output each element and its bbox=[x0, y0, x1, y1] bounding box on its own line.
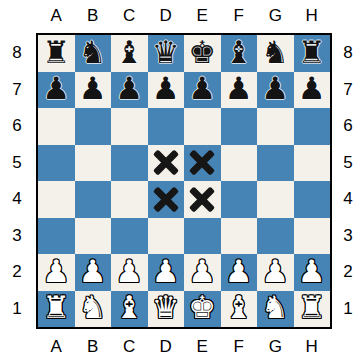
file-label-bottom-e: E bbox=[184, 331, 221, 362]
piece-white-knight: ♞ bbox=[261, 292, 289, 323]
file-label-bottom-d: D bbox=[148, 331, 185, 362]
square-f6[interactable] bbox=[221, 108, 258, 145]
square-f3[interactable] bbox=[221, 218, 258, 255]
x-marker bbox=[190, 151, 214, 175]
piece-white-bishop: ♝ bbox=[225, 292, 253, 323]
square-d5[interactable] bbox=[148, 145, 185, 182]
square-e3[interactable] bbox=[184, 218, 221, 255]
square-e2[interactable]: ♟ bbox=[184, 254, 221, 291]
square-a7[interactable]: ♟ bbox=[38, 72, 75, 109]
rank-label-right-5: 5 bbox=[334, 145, 362, 182]
file-label-top-f: F bbox=[221, 0, 258, 31]
square-f5[interactable] bbox=[221, 145, 258, 182]
file-label-bottom-b: B bbox=[75, 331, 112, 362]
file-label-top-d: D bbox=[148, 0, 185, 31]
square-c2[interactable]: ♟ bbox=[111, 254, 148, 291]
x-marker bbox=[154, 151, 178, 175]
file-label-top-e: E bbox=[184, 0, 221, 31]
piece-black-bishop: ♝ bbox=[115, 37, 143, 68]
piece-black-rook: ♜ bbox=[42, 37, 70, 68]
square-d8[interactable]: ♛ bbox=[148, 35, 185, 72]
square-d1[interactable]: ♛ bbox=[148, 291, 185, 328]
square-e5[interactable] bbox=[184, 145, 221, 182]
piece-black-knight: ♞ bbox=[79, 37, 107, 68]
rank-label-right-7: 7 bbox=[334, 72, 362, 109]
file-label-bottom-a: A bbox=[38, 331, 75, 362]
square-h4[interactable] bbox=[294, 181, 331, 218]
square-a6[interactable] bbox=[38, 108, 75, 145]
square-e6[interactable] bbox=[184, 108, 221, 145]
square-a1[interactable]: ♜ bbox=[38, 291, 75, 328]
file-label-bottom-f: F bbox=[221, 331, 258, 362]
piece-black-bishop: ♝ bbox=[225, 37, 253, 68]
file-label-top-c: C bbox=[111, 0, 148, 31]
square-g2[interactable]: ♟ bbox=[257, 254, 294, 291]
rank-label-left-1: 1 bbox=[0, 291, 34, 328]
rank-label-left-7: 7 bbox=[0, 72, 34, 109]
piece-white-rook: ♜ bbox=[42, 292, 70, 323]
piece-white-bishop: ♝ bbox=[115, 292, 143, 323]
piece-black-pawn: ♟ bbox=[115, 73, 143, 104]
square-h2[interactable]: ♟ bbox=[294, 254, 331, 291]
chess-diagram: ABCDEFGH 87654321 ♜♞♝♛♚♝♞♜♟♟♟♟♟♟♟♟♟♟♟♟♟♟… bbox=[0, 0, 364, 364]
x-marker bbox=[190, 187, 214, 211]
file-label-top-g: G bbox=[257, 0, 294, 31]
piece-black-pawn: ♟ bbox=[152, 73, 180, 104]
square-d4[interactable] bbox=[148, 181, 185, 218]
piece-black-pawn: ♟ bbox=[42, 73, 70, 104]
square-h3[interactable] bbox=[294, 218, 331, 255]
square-e1[interactable]: ♚ bbox=[184, 291, 221, 328]
piece-white-pawn: ♟ bbox=[298, 256, 326, 287]
piece-white-pawn: ♟ bbox=[225, 256, 253, 287]
square-a5[interactable] bbox=[38, 145, 75, 182]
piece-white-queen: ♛ bbox=[152, 292, 180, 323]
rank-label-right-6: 6 bbox=[334, 108, 362, 145]
rank-label-left-4: 4 bbox=[0, 181, 34, 218]
piece-white-rook: ♜ bbox=[298, 292, 326, 323]
square-c5[interactable] bbox=[111, 145, 148, 182]
file-label-top-b: B bbox=[75, 0, 112, 31]
square-h8[interactable]: ♜ bbox=[294, 35, 331, 72]
piece-white-pawn: ♟ bbox=[261, 256, 289, 287]
square-d7[interactable]: ♟ bbox=[148, 72, 185, 109]
square-b6[interactable] bbox=[75, 108, 112, 145]
piece-black-knight: ♞ bbox=[261, 37, 289, 68]
square-e8[interactable]: ♚ bbox=[184, 35, 221, 72]
rank-label-right-1: 1 bbox=[334, 291, 362, 328]
piece-white-knight: ♞ bbox=[79, 292, 107, 323]
square-b4[interactable] bbox=[75, 181, 112, 218]
square-c8[interactable]: ♝ bbox=[111, 35, 148, 72]
square-b3[interactable] bbox=[75, 218, 112, 255]
rank-label-left-2: 2 bbox=[0, 254, 34, 291]
square-a2[interactable]: ♟ bbox=[38, 254, 75, 291]
square-a8[interactable]: ♜ bbox=[38, 35, 75, 72]
square-h5[interactable] bbox=[294, 145, 331, 182]
square-e7[interactable]: ♟ bbox=[184, 72, 221, 109]
square-d2[interactable]: ♟ bbox=[148, 254, 185, 291]
square-c3[interactable] bbox=[111, 218, 148, 255]
square-a4[interactable] bbox=[38, 181, 75, 218]
piece-white-king: ♚ bbox=[188, 292, 216, 323]
piece-black-rook: ♜ bbox=[298, 37, 326, 68]
rank-label-right-2: 2 bbox=[334, 254, 362, 291]
piece-black-pawn: ♟ bbox=[261, 73, 289, 104]
square-f2[interactable]: ♟ bbox=[221, 254, 258, 291]
square-d6[interactable] bbox=[148, 108, 185, 145]
square-c4[interactable] bbox=[111, 181, 148, 218]
piece-black-queen: ♛ bbox=[152, 37, 180, 68]
square-c1[interactable]: ♝ bbox=[111, 291, 148, 328]
piece-black-pawn: ♟ bbox=[225, 73, 253, 104]
rank-label-right-4: 4 bbox=[334, 181, 362, 218]
file-label-top-a: A bbox=[38, 0, 75, 31]
piece-white-pawn: ♟ bbox=[115, 256, 143, 287]
square-b8[interactable]: ♞ bbox=[75, 35, 112, 72]
file-label-top-h: H bbox=[294, 0, 331, 31]
rank-label-left-6: 6 bbox=[0, 108, 34, 145]
square-h7[interactable]: ♟ bbox=[294, 72, 331, 109]
square-g8[interactable]: ♞ bbox=[257, 35, 294, 72]
piece-black-king: ♚ bbox=[188, 37, 216, 68]
rank-label-left-5: 5 bbox=[0, 145, 34, 182]
square-f4[interactable] bbox=[221, 181, 258, 218]
square-g5[interactable] bbox=[257, 145, 294, 182]
rank-label-right-8: 8 bbox=[334, 35, 362, 72]
piece-black-pawn: ♟ bbox=[79, 73, 107, 104]
square-h1[interactable]: ♜ bbox=[294, 291, 331, 328]
file-label-bottom-h: H bbox=[294, 331, 331, 362]
piece-black-pawn: ♟ bbox=[298, 73, 326, 104]
piece-white-pawn: ♟ bbox=[42, 256, 70, 287]
square-a3[interactable] bbox=[38, 218, 75, 255]
rank-label-left-8: 8 bbox=[0, 35, 34, 72]
file-labels-bottom: ABCDEFGH bbox=[38, 331, 330, 362]
square-f1[interactable]: ♝ bbox=[221, 291, 258, 328]
square-b2[interactable]: ♟ bbox=[75, 254, 112, 291]
square-b5[interactable] bbox=[75, 145, 112, 182]
square-b7[interactable]: ♟ bbox=[75, 72, 112, 109]
square-e4[interactable] bbox=[184, 181, 221, 218]
square-c6[interactable] bbox=[111, 108, 148, 145]
rank-label-right-3: 3 bbox=[334, 218, 362, 255]
square-d3[interactable] bbox=[148, 218, 185, 255]
square-g1[interactable]: ♞ bbox=[257, 291, 294, 328]
piece-black-pawn: ♟ bbox=[188, 73, 216, 104]
rank-label-left-3: 3 bbox=[0, 218, 34, 255]
file-labels-top: ABCDEFGH bbox=[38, 0, 330, 31]
chess-board: ♜♞♝♛♚♝♞♜♟♟♟♟♟♟♟♟♟♟♟♟♟♟♟♟♜♞♝♛♚♝♞♜ bbox=[36, 33, 332, 329]
square-c7[interactable]: ♟ bbox=[111, 72, 148, 109]
rank-labels-left: 87654321 bbox=[0, 35, 34, 327]
square-h6[interactable] bbox=[294, 108, 331, 145]
square-f7[interactable]: ♟ bbox=[221, 72, 258, 109]
piece-white-pawn: ♟ bbox=[152, 256, 180, 287]
file-label-bottom-g: G bbox=[257, 331, 294, 362]
square-g4[interactable] bbox=[257, 181, 294, 218]
rank-labels-right: 87654321 bbox=[334, 35, 362, 327]
square-b1[interactable]: ♞ bbox=[75, 291, 112, 328]
file-label-bottom-c: C bbox=[111, 331, 148, 362]
piece-white-pawn: ♟ bbox=[188, 256, 216, 287]
square-g6[interactable] bbox=[257, 108, 294, 145]
piece-white-pawn: ♟ bbox=[79, 256, 107, 287]
square-f8[interactable]: ♝ bbox=[221, 35, 258, 72]
square-g7[interactable]: ♟ bbox=[257, 72, 294, 109]
square-g3[interactable] bbox=[257, 218, 294, 255]
x-marker bbox=[154, 187, 178, 211]
